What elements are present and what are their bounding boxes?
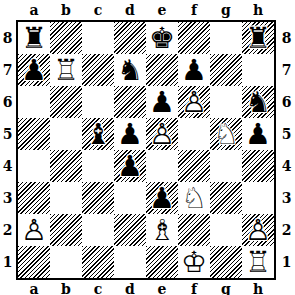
square-c5: ♝♝ [82, 118, 114, 150]
square-e7 [146, 54, 178, 86]
piece-glyph: ♘ [210, 118, 242, 150]
square-d3 [114, 182, 146, 214]
square-g5: ♞♘ [210, 118, 242, 150]
piece-glyph: ♙ [178, 86, 210, 118]
square-f3: ♞♘ [178, 182, 210, 214]
square-f4 [178, 150, 210, 182]
piece-glyph: ♝ [82, 118, 114, 150]
square-g2 [210, 214, 242, 246]
square-c3 [82, 182, 114, 214]
square-a7: ♟♟ [18, 54, 50, 86]
square-g6 [210, 86, 242, 118]
rank-label-7: 7 [0, 54, 15, 86]
square-b6 [50, 86, 82, 118]
chess-board: ♜♜♚♚♜♜♟♟♜♖♞♞♟♟♟♟♟♙♞♞♝♝♟♟♟♙♞♘♟♟♟♟♟♟♞♘♟♙♝♗… [16, 20, 276, 280]
black-pawn-f7: ♟♟ [178, 54, 210, 86]
white-king-f1: ♚♔ [178, 246, 210, 278]
square-c7 [82, 54, 114, 86]
file-label-e: e [146, 280, 178, 295]
file-label-g: g [210, 280, 242, 295]
piece-glyph: ♙ [146, 118, 178, 150]
square-c4 [82, 150, 114, 182]
chess-diagram-page: abcdefgh 87654321 ♜♜♚♚♜♜♟♟♜♖♞♞♟♟♟♟♟♙♞♞♝♝… [0, 0, 295, 295]
square-a1 [18, 246, 50, 278]
file-label-d: d [114, 280, 146, 295]
white-bishop-e2: ♝♗ [146, 214, 178, 246]
file-labels-top: abcdefgh [18, 1, 274, 18]
white-pawn-a2: ♟♙ [18, 214, 50, 246]
piece-glyph: ♟ [114, 118, 146, 150]
square-h7 [242, 54, 274, 86]
piece-glyph: ♔ [178, 246, 210, 278]
black-rook-a8: ♜♜ [18, 22, 50, 54]
piece-glyph: ♙ [18, 214, 50, 246]
square-a3 [18, 182, 50, 214]
piece-glyph: ♟ [178, 54, 210, 86]
square-h8: ♜♜ [242, 22, 274, 54]
square-f7: ♟♟ [178, 54, 210, 86]
square-b1 [50, 246, 82, 278]
square-h3 [242, 182, 274, 214]
square-f6: ♟♙ [178, 86, 210, 118]
file-label-c: c [82, 280, 114, 295]
square-a6 [18, 86, 50, 118]
black-rook-h8: ♜♜ [242, 22, 274, 54]
square-c8 [82, 22, 114, 54]
file-label-b: b [50, 280, 82, 295]
square-d7: ♞♞ [114, 54, 146, 86]
piece-glyph: ♞ [114, 54, 146, 86]
piece-glyph: ♟ [242, 118, 274, 150]
square-e2: ♝♗ [146, 214, 178, 246]
file-label-b: b [50, 1, 82, 18]
piece-glyph: ♖ [242, 246, 274, 278]
square-a2: ♟♙ [18, 214, 50, 246]
file-label-a: a [18, 280, 50, 295]
piece-glyph: ♘ [178, 182, 210, 214]
piece-glyph: ♟ [114, 150, 146, 182]
rank-label-1: 1 [0, 246, 15, 278]
square-b5 [50, 118, 82, 150]
rank-label-5: 5 [0, 118, 15, 150]
rank-labels-left: 87654321 [0, 22, 15, 278]
rank-label-2: 2 [279, 214, 294, 246]
square-h4 [242, 150, 274, 182]
square-d1 [114, 246, 146, 278]
rank-label-6: 6 [0, 86, 15, 118]
black-pawn-h5: ♟♟ [242, 118, 274, 150]
square-h1: ♜♖ [242, 246, 274, 278]
piece-glyph: ♖ [50, 54, 82, 86]
square-e5: ♟♙ [146, 118, 178, 150]
piece-glyph: ♙ [242, 214, 274, 246]
black-pawn-d4: ♟♟ [114, 150, 146, 182]
black-bishop-c5: ♝♝ [82, 118, 114, 150]
square-a8: ♜♜ [18, 22, 50, 54]
square-b4 [50, 150, 82, 182]
square-a5 [18, 118, 50, 150]
rank-label-7: 7 [279, 54, 294, 86]
square-g7 [210, 54, 242, 86]
piece-glyph: ♟ [146, 182, 178, 214]
rank-label-4: 4 [0, 150, 15, 182]
square-b8 [50, 22, 82, 54]
file-label-h: h [242, 280, 274, 295]
square-d5: ♟♟ [114, 118, 146, 150]
square-c1 [82, 246, 114, 278]
square-d4: ♟♟ [114, 150, 146, 182]
square-e4 [146, 150, 178, 182]
rank-label-1: 1 [279, 246, 294, 278]
square-b3 [50, 182, 82, 214]
square-g1 [210, 246, 242, 278]
piece-glyph: ♟ [18, 54, 50, 86]
white-pawn-f6: ♟♙ [178, 86, 210, 118]
square-b7: ♜♖ [50, 54, 82, 86]
square-e6: ♟♟ [146, 86, 178, 118]
rank-label-8: 8 [0, 22, 15, 54]
square-f5 [178, 118, 210, 150]
file-label-h: h [242, 1, 274, 18]
square-b2 [50, 214, 82, 246]
square-d8 [114, 22, 146, 54]
file-label-g: g [210, 1, 242, 18]
piece-glyph: ♜ [242, 22, 274, 54]
file-label-f: f [178, 1, 210, 18]
square-e3: ♟♟ [146, 182, 178, 214]
square-g4 [210, 150, 242, 182]
white-knight-g5: ♞♘ [210, 118, 242, 150]
white-pawn-e5: ♟♙ [146, 118, 178, 150]
black-pawn-e6: ♟♟ [146, 86, 178, 118]
file-label-e: e [146, 1, 178, 18]
piece-glyph: ♜ [18, 22, 50, 54]
white-pawn-h2: ♟♙ [242, 214, 274, 246]
square-c6 [82, 86, 114, 118]
piece-glyph: ♗ [146, 214, 178, 246]
file-label-f: f [178, 280, 210, 295]
white-rook-b7: ♜♖ [50, 54, 82, 86]
black-pawn-d5: ♟♟ [114, 118, 146, 150]
square-c2 [82, 214, 114, 246]
square-e8: ♚♚ [146, 22, 178, 54]
white-knight-f3: ♞♘ [178, 182, 210, 214]
rank-label-3: 3 [279, 182, 294, 214]
square-d6 [114, 86, 146, 118]
square-f8 [178, 22, 210, 54]
rank-labels-right: 87654321 [279, 22, 294, 278]
piece-glyph: ♞ [242, 86, 274, 118]
black-knight-d7: ♞♞ [114, 54, 146, 86]
black-pawn-a7: ♟♟ [18, 54, 50, 86]
square-g3 [210, 182, 242, 214]
piece-glyph: ♚ [146, 22, 178, 54]
piece-glyph: ♟ [146, 86, 178, 118]
square-h2: ♟♙ [242, 214, 274, 246]
square-d2 [114, 214, 146, 246]
file-label-c: c [82, 1, 114, 18]
square-f1: ♚♔ [178, 246, 210, 278]
rank-label-6: 6 [279, 86, 294, 118]
black-king-e8: ♚♚ [146, 22, 178, 54]
black-pawn-e3: ♟♟ [146, 182, 178, 214]
square-h5: ♟♟ [242, 118, 274, 150]
square-g8 [210, 22, 242, 54]
file-labels-bottom: abcdefgh [18, 280, 274, 295]
rank-label-2: 2 [0, 214, 15, 246]
rank-label-8: 8 [279, 22, 294, 54]
white-rook-h1: ♜♖ [242, 246, 274, 278]
rank-label-5: 5 [279, 118, 294, 150]
square-f2 [178, 214, 210, 246]
square-a4 [18, 150, 50, 182]
file-label-d: d [114, 1, 146, 18]
rank-label-4: 4 [279, 150, 294, 182]
black-knight-h6: ♞♞ [242, 86, 274, 118]
file-label-a: a [18, 1, 50, 18]
square-e1 [146, 246, 178, 278]
rank-label-3: 3 [0, 182, 15, 214]
square-h6: ♞♞ [242, 86, 274, 118]
